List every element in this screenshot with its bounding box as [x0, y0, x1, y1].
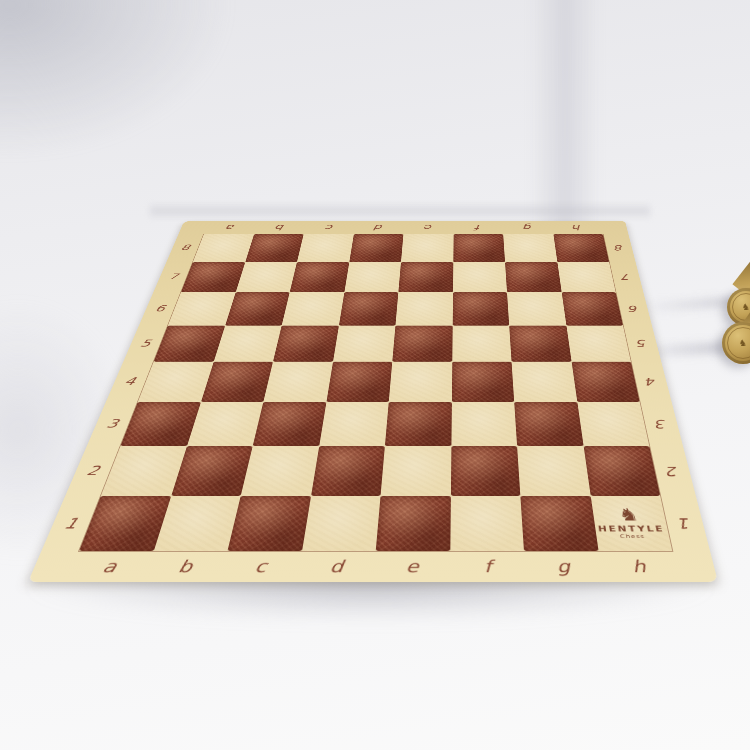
- file-label-bottom-h: h: [599, 552, 680, 582]
- square-d3: [319, 402, 389, 446]
- fabric-crease: [530, 0, 600, 230]
- square-c6: [282, 292, 344, 325]
- square-e2: [381, 446, 451, 495]
- file-label-bottom-c: c: [220, 552, 302, 582]
- file-label-top-c: c: [303, 221, 355, 234]
- wooden-roller-cap-2: ♞: [722, 322, 750, 364]
- square-a6: [168, 292, 235, 325]
- square-c1: [227, 496, 310, 551]
- square-f6: [452, 292, 509, 325]
- square-e5: [392, 325, 452, 361]
- file-labels-top: abcdefgh: [203, 221, 603, 234]
- square-e4: [389, 362, 452, 402]
- file-label-top-d: d: [353, 221, 404, 234]
- square-g6: [507, 292, 566, 325]
- file-label-top-b: b: [253, 221, 306, 234]
- file-labels-bottom: abcdefgh: [66, 552, 680, 582]
- square-b4: [201, 362, 273, 402]
- square-g1: [520, 496, 598, 551]
- square-f4: [451, 362, 514, 402]
- square-h8: [553, 234, 609, 262]
- square-e1: [376, 496, 451, 551]
- square-c8: [297, 234, 354, 262]
- square-b8: [245, 234, 304, 262]
- square-d6: [339, 292, 399, 325]
- square-f7: [453, 262, 507, 292]
- engraved-knight-icon: ♞: [739, 339, 747, 348]
- square-g8: [503, 234, 557, 262]
- square-b5: [213, 325, 281, 361]
- square-c5: [273, 325, 339, 361]
- square-f1: [450, 496, 524, 551]
- file-label-bottom-f: f: [450, 552, 527, 582]
- file-label-top-g: g: [503, 221, 554, 234]
- square-h5: [566, 325, 631, 361]
- square-b3: [187, 402, 264, 446]
- file-label-bottom-g: g: [525, 552, 604, 582]
- square-b7: [235, 262, 297, 292]
- fabric-wrinkle-shadow: [0, 0, 250, 170]
- square-d4: [326, 362, 392, 402]
- square-h4: [571, 362, 639, 402]
- square-a8: [193, 234, 254, 262]
- square-f2: [450, 446, 520, 495]
- product-photo-scene: abcdefgh abcdefgh 87654321 87654321 ♞ HE…: [0, 0, 750, 750]
- square-e6: [395, 292, 452, 325]
- square-c7: [290, 262, 349, 292]
- square-g2: [517, 446, 590, 495]
- brand-name: HENTYLE: [597, 525, 665, 533]
- brand-subtitle: Chess: [620, 534, 646, 539]
- square-g7: [505, 262, 561, 292]
- square-h7: [557, 262, 616, 292]
- square-h3: [577, 402, 649, 446]
- mat-top-contact-shadow: [150, 203, 650, 219]
- file-label-top-h: h: [552, 221, 604, 234]
- chess-board: abcdefgh abcdefgh 87654321 87654321 ♞ HE…: [28, 221, 718, 582]
- file-label-bottom-d: d: [296, 552, 375, 582]
- square-g3: [514, 402, 583, 446]
- engraved-knight-icon: ♞: [742, 303, 750, 312]
- square-f5: [452, 325, 512, 361]
- file-label-bottom-b: b: [143, 552, 227, 582]
- board-mat: abcdefgh abcdefgh 87654321 87654321 ♞ HE…: [28, 221, 718, 582]
- square-e8: [401, 234, 453, 262]
- square-c3: [253, 402, 326, 446]
- square-c2: [241, 446, 319, 495]
- file-label-top-a: a: [203, 221, 257, 234]
- square-f3: [451, 402, 517, 446]
- square-h2: [583, 446, 660, 495]
- square-d8: [349, 234, 403, 262]
- square-b6: [225, 292, 290, 325]
- brand-logo: ♞ HENTYLE Chess: [590, 496, 672, 551]
- square-d2: [311, 446, 385, 495]
- square-c4: [263, 362, 332, 402]
- square-f8: [453, 234, 505, 262]
- square-h6: [561, 292, 623, 325]
- roller-engraving: ♞: [727, 327, 750, 359]
- square-d1: [302, 496, 381, 551]
- square-d7: [344, 262, 401, 292]
- file-label-top-e: e: [403, 221, 453, 234]
- square-e7: [398, 262, 453, 292]
- square-g5: [509, 325, 571, 361]
- square-a7: [181, 262, 245, 292]
- file-label-bottom-a: a: [66, 552, 152, 582]
- square-d5: [333, 325, 396, 361]
- knight-icon: ♞: [617, 506, 640, 523]
- file-label-top-f: f: [453, 221, 503, 234]
- square-e3: [385, 402, 452, 446]
- square-g4: [512, 362, 577, 402]
- file-label-bottom-e: e: [373, 552, 450, 582]
